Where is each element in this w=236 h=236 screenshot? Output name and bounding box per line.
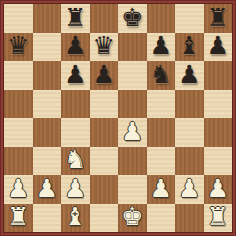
square-f3[interactable] [147,147,176,176]
square-b7[interactable] [33,33,62,62]
white-bishop-c1: ♝ [64,204,86,229]
black-pawn-d6: ♟ [93,62,115,87]
white-pawn-a2: ♟ [7,176,29,201]
square-c6[interactable]: ♟ [61,61,90,90]
square-h5[interactable] [204,90,233,119]
square-d5[interactable] [90,90,119,119]
black-pawn-h7: ♟ [207,33,229,58]
square-a7[interactable]: ♛ [4,33,33,62]
square-f5[interactable] [147,90,176,119]
square-a3[interactable] [4,147,33,176]
square-c5[interactable] [61,90,90,119]
square-e3[interactable] [118,147,147,176]
square-f7[interactable]: ♟ [147,33,176,62]
square-d1[interactable] [90,204,119,233]
black-knight-f6: ♞ [150,62,172,87]
square-a1[interactable]: ♜ [4,204,33,233]
black-pawn-g6: ♟ [178,62,200,87]
black-pawn-c6: ♟ [64,62,86,87]
square-c1[interactable]: ♝ [61,204,90,233]
square-g2[interactable]: ♟ [175,175,204,204]
white-pawn-h2: ♟ [207,176,229,201]
square-h8[interactable]: ♜ [204,4,233,33]
square-c8[interactable]: ♜ [61,4,90,33]
square-f8[interactable] [147,4,176,33]
square-a4[interactable] [4,118,33,147]
square-c2[interactable]: ♟ [61,175,90,204]
white-king-e1: ♚ [121,204,143,229]
chess-board: ♜♚♜♛♟♛♟♝♟♟♟♞♟♟♞♟♟♟♟♟♟♜♝♚♜ [3,3,233,233]
black-king-e8: ♚ [121,5,143,30]
square-d3[interactable] [90,147,119,176]
square-g6[interactable]: ♟ [175,61,204,90]
white-pawn-e4: ♟ [121,119,143,144]
black-pawn-c7: ♟ [64,33,86,58]
square-b1[interactable] [33,204,62,233]
square-a2[interactable]: ♟ [4,175,33,204]
white-pawn-c2: ♟ [64,176,86,201]
white-pawn-b2: ♟ [36,176,58,201]
square-e2[interactable] [118,175,147,204]
square-d2[interactable] [90,175,119,204]
square-b8[interactable] [33,4,62,33]
square-a5[interactable] [4,90,33,119]
square-d7[interactable]: ♛ [90,33,119,62]
square-f1[interactable] [147,204,176,233]
square-b6[interactable] [33,61,62,90]
square-e8[interactable]: ♚ [118,4,147,33]
chess-board-frame: ♜♚♜♛♟♛♟♝♟♟♟♞♟♟♞♟♟♟♟♟♟♜♝♚♜ [0,0,236,236]
square-f4[interactable] [147,118,176,147]
white-knight-c3: ♞ [64,147,86,172]
black-rook-c8: ♜ [64,5,86,30]
black-queen-d7: ♛ [93,33,115,58]
black-bishop-g7: ♝ [178,33,200,58]
square-g4[interactable] [175,118,204,147]
square-h7[interactable]: ♟ [204,33,233,62]
square-e6[interactable] [118,61,147,90]
square-f2[interactable]: ♟ [147,175,176,204]
square-b3[interactable] [33,147,62,176]
square-d8[interactable] [90,4,119,33]
square-c7[interactable]: ♟ [61,33,90,62]
square-e4[interactable]: ♟ [118,118,147,147]
square-e7[interactable] [118,33,147,62]
white-pawn-f2: ♟ [150,176,172,201]
square-g3[interactable] [175,147,204,176]
square-b2[interactable]: ♟ [33,175,62,204]
black-queen-a7: ♛ [7,33,29,58]
square-g1[interactable] [175,204,204,233]
square-c3[interactable]: ♞ [61,147,90,176]
white-rook-h1: ♜ [207,204,229,229]
white-rook-a1: ♜ [7,204,29,229]
square-e5[interactable] [118,90,147,119]
square-g5[interactable] [175,90,204,119]
square-c4[interactable] [61,118,90,147]
square-a6[interactable] [4,61,33,90]
square-a8[interactable] [4,4,33,33]
black-pawn-f7: ♟ [150,33,172,58]
square-h4[interactable] [204,118,233,147]
square-d4[interactable] [90,118,119,147]
square-g8[interactable] [175,4,204,33]
black-rook-h8: ♜ [207,5,229,30]
square-h1[interactable]: ♜ [204,204,233,233]
square-h6[interactable] [204,61,233,90]
white-pawn-g2: ♟ [178,176,200,201]
square-b4[interactable] [33,118,62,147]
square-g7[interactable]: ♝ [175,33,204,62]
square-e1[interactable]: ♚ [118,204,147,233]
square-f6[interactable]: ♞ [147,61,176,90]
square-d6[interactable]: ♟ [90,61,119,90]
square-h2[interactable]: ♟ [204,175,233,204]
square-b5[interactable] [33,90,62,119]
square-h3[interactable] [204,147,233,176]
